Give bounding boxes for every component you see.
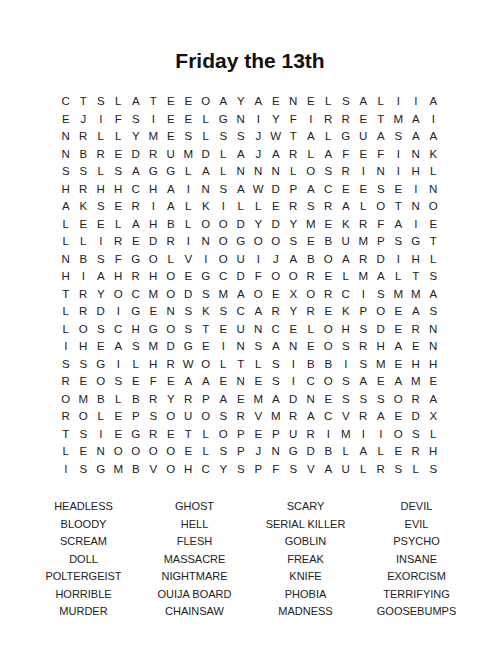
grid-cell: E — [390, 356, 408, 374]
word-list-item: FREAK — [250, 551, 361, 569]
grid-cell: I — [407, 216, 425, 234]
grid-cell: A — [267, 391, 285, 409]
grid-cell: E — [425, 373, 443, 391]
grid-cell: R — [180, 391, 198, 409]
grid-cell: C — [127, 181, 145, 199]
grid-cell: N — [250, 163, 268, 181]
grid-cell: E — [180, 93, 198, 111]
word-list-item: BLOODY — [28, 516, 139, 534]
grid-cell: L — [110, 391, 128, 409]
grid-cell: R — [407, 391, 425, 409]
grid-cell: D — [162, 338, 180, 356]
grid-cell: S — [355, 321, 373, 339]
grid-cell: R — [110, 233, 128, 251]
grid-cell: O — [197, 408, 215, 426]
grid-cell: E — [355, 181, 373, 199]
grid-cell: K — [337, 303, 355, 321]
grid-cell: G — [92, 356, 110, 374]
grid-cell: C — [215, 268, 233, 286]
grid-cell: O — [75, 321, 93, 339]
grid-cell: R — [320, 286, 338, 304]
grid-cell: C — [320, 408, 338, 426]
grid-cell: S — [285, 233, 303, 251]
grid-cell: I — [110, 303, 128, 321]
grid-cell: N — [425, 338, 443, 356]
grid-cell: S — [57, 356, 75, 374]
grid-cell: D — [92, 303, 110, 321]
grid-cell: L — [320, 93, 338, 111]
grid-cell: M — [250, 391, 268, 409]
grid-cell: I — [390, 93, 408, 111]
grid-cell: G — [197, 268, 215, 286]
grid-cell: E — [75, 443, 93, 461]
grid-cell: E — [162, 93, 180, 111]
grid-cell: T — [57, 426, 75, 444]
grid-cell: S — [75, 356, 93, 374]
grid-cell: B — [320, 443, 338, 461]
grid-cell: R — [337, 163, 355, 181]
grid-cell: C — [110, 321, 128, 339]
grid-cell: S — [232, 128, 250, 146]
grid-cell: B — [92, 391, 110, 409]
grid-cell: B — [320, 356, 338, 374]
grid-cell: D — [180, 286, 198, 304]
grid-cell: A — [390, 338, 408, 356]
grid-cell: S — [215, 408, 233, 426]
grid-cell: S — [337, 338, 355, 356]
grid-cell: V — [337, 408, 355, 426]
grid-cell: I — [407, 93, 425, 111]
grid-cell: U — [232, 251, 250, 269]
grid-cell: H — [145, 268, 163, 286]
grid-cell: S — [355, 391, 373, 409]
grid-cell: U — [337, 461, 355, 479]
grid-cell: L — [250, 198, 268, 216]
grid-cell: I — [250, 111, 268, 129]
grid-cell: L — [180, 216, 198, 234]
grid-cell: T — [372, 111, 390, 129]
grid-cell: A — [390, 216, 408, 234]
grid-cell: E — [162, 426, 180, 444]
grid-cell: E — [127, 373, 145, 391]
grid-cell: A — [127, 93, 145, 111]
grid-cell: M — [390, 111, 408, 129]
grid-cell: S — [285, 461, 303, 479]
grid-cell: G — [215, 111, 233, 129]
grid-cell: L — [110, 128, 128, 146]
grid-cell: L — [197, 128, 215, 146]
grid-cell: O — [162, 461, 180, 479]
grid-cell: H — [407, 251, 425, 269]
grid-cell: S — [180, 303, 198, 321]
grid-cell: N — [285, 338, 303, 356]
word-list-item: POLTERGEIST — [28, 568, 139, 586]
word-list-item: TERRIFYING — [361, 586, 472, 604]
grid-cell: S — [75, 163, 93, 181]
grid-cell: I — [425, 111, 443, 129]
grid-cell: E — [127, 233, 145, 251]
grid-cell: S — [180, 128, 198, 146]
grid-cell: J — [250, 146, 268, 164]
grid-cell: L — [110, 216, 128, 234]
grid-cell: G — [232, 233, 250, 251]
grid-cell: R — [57, 373, 75, 391]
grid-cell: E — [232, 391, 250, 409]
grid-cell: I — [390, 163, 408, 181]
grid-cell: F — [110, 251, 128, 269]
grid-cell: L — [57, 321, 75, 339]
grid-cell: A — [57, 198, 75, 216]
grid-cell: I — [145, 111, 163, 129]
grid-cell: L — [302, 321, 320, 339]
grid-cell: S — [75, 426, 93, 444]
grid-cell: O — [162, 286, 180, 304]
grid-cell: S — [180, 321, 198, 339]
grid-cell: H — [57, 268, 75, 286]
grid-cell: I — [197, 251, 215, 269]
grid-cell: I — [337, 356, 355, 374]
grid-cell: I — [215, 338, 233, 356]
grid-cell: J — [250, 443, 268, 461]
grid-cell: U — [162, 146, 180, 164]
grid-cell: S — [355, 356, 373, 374]
grid-cell: L — [197, 426, 215, 444]
grid-cell: N — [250, 321, 268, 339]
grid-cell: R — [57, 408, 75, 426]
grid-cell: G — [145, 321, 163, 339]
grid-cell: R — [75, 303, 93, 321]
grid-cell: D — [232, 268, 250, 286]
grid-cell: R — [75, 286, 93, 304]
grid-cell: L — [180, 163, 198, 181]
grid-cell: D — [285, 391, 303, 409]
grid-cell: U — [337, 233, 355, 251]
grid-cell: K — [425, 146, 443, 164]
grid-cell: H — [110, 268, 128, 286]
grid-cell: E — [425, 216, 443, 234]
grid-cell: L — [162, 251, 180, 269]
grid-cell: Y — [267, 111, 285, 129]
grid-cell: S — [425, 461, 443, 479]
grid-cell: M — [215, 286, 233, 304]
grid-cell: C — [320, 181, 338, 199]
grid-cell: L — [197, 443, 215, 461]
grid-cell: N — [57, 146, 75, 164]
grid-cell: A — [162, 198, 180, 216]
grid-cell: M — [110, 461, 128, 479]
grid-cell: P — [197, 391, 215, 409]
grid-cell: A — [337, 198, 355, 216]
grid-cell: M — [355, 268, 373, 286]
grid-cell: O — [110, 286, 128, 304]
grid-cell: E — [215, 373, 233, 391]
word-list-item: DOLL — [28, 551, 139, 569]
grid-cell: R — [407, 443, 425, 461]
grid-cell: I — [92, 111, 110, 129]
grid-cell: L — [92, 408, 110, 426]
grid-cell: G — [127, 251, 145, 269]
grid-cell: L — [127, 356, 145, 374]
grid-cell: O — [197, 93, 215, 111]
grid-cell: R — [127, 268, 145, 286]
grid-cell: M — [302, 216, 320, 234]
grid-cell: N — [232, 373, 250, 391]
grid-cell: H — [57, 181, 75, 199]
grid-cell: T — [407, 268, 425, 286]
grid-cell: M — [407, 373, 425, 391]
grid-cell: R — [285, 198, 303, 216]
grid-cell: S — [197, 286, 215, 304]
grid-cell: L — [57, 216, 75, 234]
grid-cell: M — [407, 286, 425, 304]
grid-cell: G — [92, 461, 110, 479]
grid-cell: H — [407, 163, 425, 181]
grid-cell: M — [267, 408, 285, 426]
grid-cell: F — [285, 111, 303, 129]
grid-cell: E — [215, 321, 233, 339]
word-list-item: CHAINSAW — [139, 603, 250, 621]
grid-cell: S — [110, 373, 128, 391]
word-list-item: SCARY — [250, 498, 361, 516]
grid-cell: E — [320, 391, 338, 409]
grid-cell: S — [232, 461, 250, 479]
grid-cell: H — [425, 356, 443, 374]
grid-cell: I — [302, 111, 320, 129]
grid-cell: E — [320, 303, 338, 321]
grid-cell: R — [355, 251, 373, 269]
grid-cell: E — [355, 111, 373, 129]
word-list-item: SERIAL KILLER — [250, 516, 361, 534]
grid-cell: I — [180, 181, 198, 199]
grid-cell: V — [250, 408, 268, 426]
grid-cell: I — [92, 233, 110, 251]
grid-cell: S — [92, 93, 110, 111]
grid-cell: W — [267, 128, 285, 146]
word-search-grid: CTSLATEEOAYAENELSALIIAEJIFSIEELGNIYFIRRE… — [57, 93, 442, 478]
grid-cell: S — [215, 303, 233, 321]
grid-cell: E — [162, 111, 180, 129]
grid-cell: K — [197, 198, 215, 216]
grid-cell: E — [285, 321, 303, 339]
grid-cell: R — [320, 198, 338, 216]
grid-cell: X — [285, 286, 303, 304]
word-list-item: EXORCISM — [361, 568, 472, 586]
grid-cell: L — [92, 163, 110, 181]
word-list-item: HELL — [139, 516, 250, 534]
grid-cell: H — [180, 461, 198, 479]
grid-cell: L — [302, 146, 320, 164]
grid-cell: O — [215, 233, 233, 251]
grid-cell: O — [390, 391, 408, 409]
word-list-item: FLESH — [139, 533, 250, 551]
grid-cell: A — [232, 181, 250, 199]
grid-cell: O — [197, 356, 215, 374]
grid-cell: N — [197, 181, 215, 199]
grid-cell: I — [285, 356, 303, 374]
grid-cell: E — [197, 338, 215, 356]
grid-cell: L — [215, 356, 233, 374]
grid-cell: E — [180, 443, 198, 461]
grid-cell: R — [267, 303, 285, 321]
grid-cell: P — [355, 303, 373, 321]
grid-cell: V — [302, 461, 320, 479]
grid-cell: C — [232, 303, 250, 321]
grid-cell: A — [127, 163, 145, 181]
grid-cell: S — [75, 461, 93, 479]
grid-cell: S — [267, 373, 285, 391]
grid-cell: E — [110, 426, 128, 444]
grid-cell: I — [355, 163, 373, 181]
grid-cell: S — [127, 111, 145, 129]
grid-cell: O — [320, 321, 338, 339]
grid-cell: P — [250, 461, 268, 479]
grid-cell: A — [320, 461, 338, 479]
grid-cell: L — [355, 198, 373, 216]
grid-cell: E — [180, 268, 198, 286]
grid-cell: A — [425, 93, 443, 111]
grid-cell: I — [250, 251, 268, 269]
grid-cell: U — [232, 321, 250, 339]
grid-cell: A — [197, 163, 215, 181]
grid-cell: L — [250, 356, 268, 374]
grid-cell: S — [92, 198, 110, 216]
grid-cell: A — [425, 128, 443, 146]
grid-cell: F — [337, 146, 355, 164]
grid-cell: L — [320, 128, 338, 146]
grid-cell: M — [145, 338, 163, 356]
grid-cell: I — [145, 198, 163, 216]
grid-cell: S — [372, 181, 390, 199]
grid-cell: C — [267, 321, 285, 339]
grid-cell: E — [92, 216, 110, 234]
grid-cell: E — [145, 303, 163, 321]
word-list-item: MURDER — [28, 603, 139, 621]
grid-cell: S — [267, 356, 285, 374]
grid-cell: G — [162, 163, 180, 181]
grid-cell: O — [302, 163, 320, 181]
grid-cell: A — [302, 128, 320, 146]
grid-cell: D — [302, 443, 320, 461]
grid-cell: I — [92, 426, 110, 444]
grid-cell: A — [407, 303, 425, 321]
grid-cell: E — [250, 426, 268, 444]
grid-cell: B — [302, 251, 320, 269]
grid-cell: F — [372, 146, 390, 164]
grid-cell: S — [337, 391, 355, 409]
grid-cell: F — [145, 373, 163, 391]
grid-cell: C — [302, 373, 320, 391]
grid-cell: E — [267, 93, 285, 111]
grid-cell: N — [407, 198, 425, 216]
grid-cell: H — [407, 356, 425, 374]
grid-cell: F — [110, 111, 128, 129]
grid-cell: K — [337, 216, 355, 234]
grid-cell: S — [92, 321, 110, 339]
grid-cell: A — [127, 216, 145, 234]
grid-cell: S — [215, 443, 233, 461]
grid-cell: L — [337, 268, 355, 286]
grid-cell: E — [110, 198, 128, 216]
grid-cell: N — [372, 163, 390, 181]
grid-cell: L — [372, 443, 390, 461]
grid-cell: B — [302, 356, 320, 374]
grid-cell: P — [232, 443, 250, 461]
grid-cell: S — [425, 303, 443, 321]
grid-cell: H — [92, 181, 110, 199]
grid-cell: S — [127, 338, 145, 356]
grid-cell: O — [215, 251, 233, 269]
grid-cell: A — [92, 268, 110, 286]
grid-cell: O — [162, 408, 180, 426]
grid-cell: I — [285, 373, 303, 391]
grid-cell: H — [145, 216, 163, 234]
grid-cell: N — [425, 321, 443, 339]
grid-cell: I — [57, 461, 75, 479]
grid-cell: R — [145, 146, 163, 164]
grid-cell: I — [390, 251, 408, 269]
grid-cell: E — [390, 321, 408, 339]
grid-cell: M — [180, 146, 198, 164]
grid-cell: Y — [232, 93, 250, 111]
grid-cell: S — [337, 373, 355, 391]
grid-cell: A — [250, 93, 268, 111]
grid-cell: O — [320, 338, 338, 356]
word-list-item: HORRIBLE — [28, 586, 139, 604]
grid-cell: D — [267, 181, 285, 199]
grid-cell: C — [127, 286, 145, 304]
grid-cell: A — [372, 128, 390, 146]
grid-cell: E — [250, 373, 268, 391]
grid-cell: N — [197, 233, 215, 251]
grid-cell: R — [407, 321, 425, 339]
grid-cell: W — [180, 356, 198, 374]
grid-cell: R — [302, 268, 320, 286]
grid-cell: R — [145, 391, 163, 409]
word-list-item: DEVIL — [361, 498, 472, 516]
grid-cell: J — [267, 251, 285, 269]
grid-cell: S — [390, 233, 408, 251]
grid-cell: O — [145, 251, 163, 269]
grid-cell: T — [57, 286, 75, 304]
grid-cell: L — [75, 233, 93, 251]
grid-cell: P — [372, 233, 390, 251]
grid-cell: S — [145, 408, 163, 426]
grid-cell: S — [320, 163, 338, 181]
word-search-page: Friday the 13th CTSLATEEOAYAENELSALIIAEJ… — [0, 0, 500, 647]
grid-cell: A — [355, 443, 373, 461]
grid-cell: L — [407, 461, 425, 479]
grid-cell: R — [232, 408, 250, 426]
grid-cell: T — [145, 93, 163, 111]
grid-cell: Y — [285, 216, 303, 234]
grid-cell: L — [390, 268, 408, 286]
grid-cell: I — [180, 233, 198, 251]
grid-cell: O — [320, 251, 338, 269]
grid-cell: K — [197, 303, 215, 321]
grid-cell: G — [145, 163, 163, 181]
grid-cell: T — [197, 321, 215, 339]
grid-cell: N — [232, 111, 250, 129]
grid-cell: I — [372, 426, 390, 444]
grid-cell: E — [390, 181, 408, 199]
grid-cell: U — [355, 128, 373, 146]
grid-cell: M — [75, 391, 93, 409]
grid-cell: J — [75, 111, 93, 129]
grid-cell: A — [267, 146, 285, 164]
grid-cell: S — [92, 251, 110, 269]
grid-cell: O — [92, 373, 110, 391]
grid-cell: L — [425, 163, 443, 181]
